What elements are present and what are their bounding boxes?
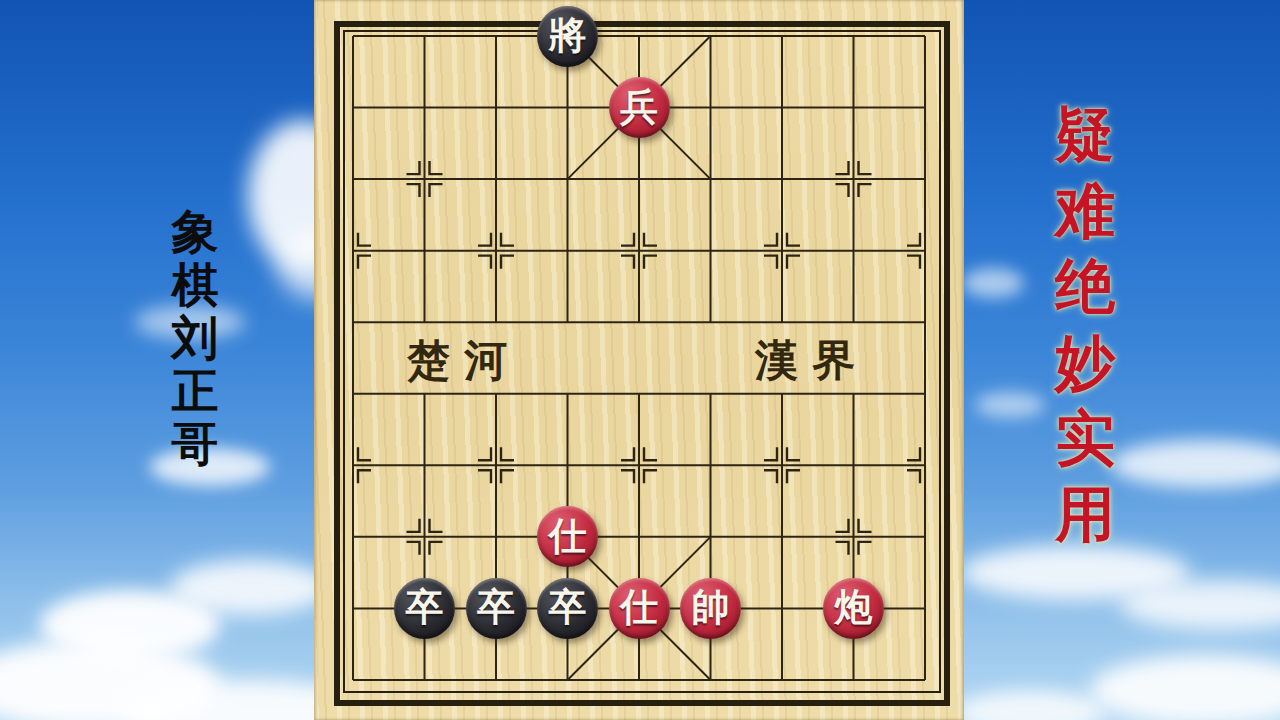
caption-char: 棋 xyxy=(172,259,219,312)
piece-red-advisor-2[interactable]: 仕 xyxy=(609,578,670,639)
piece-glyph: 帥 xyxy=(692,588,730,626)
piece-glyph: 將 xyxy=(549,16,587,54)
piece-glyph: 卒 xyxy=(406,588,444,626)
xiangqi-video-frame: { "game": "xiangqi", "position": { "fen"… xyxy=(0,0,1280,720)
caption-char: 疑 xyxy=(1055,99,1115,175)
cloud xyxy=(1090,655,1280,720)
caption-char: 妙 xyxy=(1055,327,1115,403)
piece-black-general[interactable]: 將 xyxy=(537,6,598,67)
caption-char: 象 xyxy=(172,206,219,259)
piece-glyph: 卒 xyxy=(477,588,515,626)
cloud xyxy=(1110,440,1280,488)
left-caption-channel-name: 象棋刘正哥 xyxy=(167,206,223,471)
caption-char: 哥 xyxy=(172,418,219,471)
piece-glyph: 炮 xyxy=(835,588,873,626)
cloud xyxy=(962,268,1024,298)
piece-red-general[interactable]: 帥 xyxy=(680,578,741,639)
cloud xyxy=(975,392,1045,418)
right-caption-series-title: 疑难绝妙实用 xyxy=(1051,99,1119,555)
piece-glyph: 卒 xyxy=(549,588,587,626)
cloud xyxy=(170,560,330,615)
caption-char: 用 xyxy=(1055,479,1115,555)
piece-black-soldier-3[interactable]: 卒 xyxy=(537,578,598,639)
river-label-han-jie: 漢界 xyxy=(747,336,877,384)
piece-black-soldier-2[interactable]: 卒 xyxy=(466,578,527,639)
caption-char: 实 xyxy=(1055,403,1115,479)
piece-red-cannon[interactable]: 炮 xyxy=(823,578,884,639)
piece-red-advisor-1[interactable]: 仕 xyxy=(537,506,598,567)
cloud xyxy=(955,690,1105,720)
piece-red-soldier[interactable]: 兵 xyxy=(609,77,670,138)
caption-char: 难 xyxy=(1055,175,1115,251)
river-label-chu-he: 楚河 xyxy=(399,336,529,384)
cloud xyxy=(1120,580,1280,630)
caption-char: 刘 xyxy=(172,312,219,365)
piece-black-soldier-1[interactable]: 卒 xyxy=(394,578,455,639)
piece-glyph: 仕 xyxy=(549,517,587,555)
piece-glyph: 兵 xyxy=(620,88,658,126)
caption-char: 正 xyxy=(172,365,219,418)
piece-glyph: 仕 xyxy=(620,588,658,626)
caption-char: 绝 xyxy=(1055,251,1115,327)
